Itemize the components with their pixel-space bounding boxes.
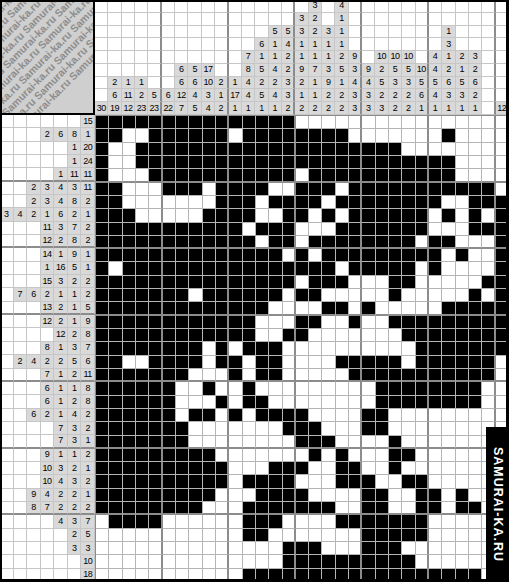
grid-cell-r34c9[interactable] — [203, 555, 216, 568]
grid-cell-r33c22[interactable] — [376, 542, 389, 555]
grid-cell-r26c27[interactable] — [442, 449, 455, 462]
grid-cell-r3c24[interactable] — [402, 143, 415, 156]
grid-cell-r19c20[interactable] — [349, 356, 362, 369]
grid-cell-r26c28[interactable] — [456, 449, 469, 462]
grid-cell-r33c1[interactable] — [96, 542, 109, 555]
grid-cell-r22c27[interactable] — [442, 396, 455, 409]
grid-cell-r4c16[interactable] — [296, 156, 309, 169]
grid-cell-r8c24[interactable] — [402, 209, 415, 222]
grid-cell-r25c25[interactable] — [416, 436, 429, 449]
grid-cell-r10c20[interactable] — [349, 236, 362, 249]
grid-cell-r24c17[interactable] — [309, 422, 322, 435]
grid-cell-r12c28[interactable] — [456, 262, 469, 275]
grid-cell-r10c16[interactable] — [296, 236, 309, 249]
grid-cell-r26c24[interactable] — [402, 449, 415, 462]
grid-cell-r13c25[interactable] — [416, 276, 429, 289]
grid-cell-r3c18[interactable] — [322, 143, 335, 156]
grid-cell-r11c18[interactable] — [322, 249, 335, 262]
grid-cell-r9c13[interactable] — [256, 223, 269, 236]
grid-cell-r27c22[interactable] — [376, 462, 389, 475]
grid-cell-r26c2[interactable] — [109, 449, 122, 462]
grid-cell-r7c27[interactable] — [442, 196, 455, 209]
grid-cell-r12c12[interactable] — [243, 262, 256, 275]
grid-cell-r16c14[interactable] — [269, 316, 282, 329]
grid-cell-r8c6[interactable] — [163, 209, 176, 222]
grid-cell-r6c27[interactable] — [442, 183, 455, 196]
grid-cell-r27c19[interactable] — [336, 462, 349, 475]
grid-cell-r15c17[interactable] — [309, 302, 322, 315]
grid-cell-r14c19[interactable] — [336, 289, 349, 302]
grid-cell-r4c27[interactable] — [442, 156, 455, 169]
grid-cell-r18c21[interactable] — [362, 342, 375, 355]
grid-cell-r28c8[interactable] — [189, 475, 202, 488]
grid-cell-r19c11[interactable] — [229, 356, 242, 369]
grid-cell-r16c1[interactable] — [96, 316, 109, 329]
grid-cell-r19c29[interactable] — [469, 356, 482, 369]
grid-cell-r19c6[interactable] — [163, 356, 176, 369]
grid-cell-r22c10[interactable] — [216, 396, 229, 409]
grid-cell-r17c14[interactable] — [269, 329, 282, 342]
grid-cell-r21c19[interactable] — [336, 382, 349, 395]
grid-cell-r1c24[interactable] — [402, 116, 415, 129]
grid-cell-r30c5[interactable] — [149, 502, 162, 515]
grid-cell-r19c1[interactable] — [96, 356, 109, 369]
grid-cell-r31c14[interactable] — [269, 515, 282, 528]
grid-cell-r26c3[interactable] — [123, 449, 136, 462]
grid-cell-r11c17[interactable] — [309, 249, 322, 262]
grid-cell-r6c14[interactable] — [269, 183, 282, 196]
grid-cell-r9c16[interactable] — [296, 223, 309, 236]
grid-cell-r15c6[interactable] — [163, 302, 176, 315]
grid-cell-r23c14[interactable] — [269, 409, 282, 422]
grid-cell-r22c16[interactable] — [296, 396, 309, 409]
grid-cell-r11c30[interactable] — [482, 249, 495, 262]
grid-cell-r24c6[interactable] — [163, 422, 176, 435]
grid-cell-r1c11[interactable] — [229, 116, 242, 129]
grid-cell-r33c23[interactable] — [389, 542, 402, 555]
grid-cell-r33c18[interactable] — [322, 542, 335, 555]
grid-cell-r25c26[interactable] — [429, 436, 442, 449]
grid-cell-r20c10[interactable] — [216, 369, 229, 382]
grid-cell-r2c17[interactable] — [309, 129, 322, 142]
grid-cell-r31c22[interactable] — [376, 515, 389, 528]
grid-cell-r10c13[interactable] — [256, 236, 269, 249]
grid-cell-r2c7[interactable] — [176, 129, 189, 142]
grid-cell-r30c25[interactable] — [416, 502, 429, 515]
grid-cell-r2c14[interactable] — [269, 129, 282, 142]
grid-cell-r25c28[interactable] — [456, 436, 469, 449]
grid-cell-r18c19[interactable] — [336, 342, 349, 355]
grid-cell-r30c6[interactable] — [163, 502, 176, 515]
grid-cell-r14c8[interactable] — [189, 289, 202, 302]
grid-cell-r20c27[interactable] — [442, 369, 455, 382]
grid-cell-r9c21[interactable] — [362, 223, 375, 236]
grid-cell-r8c27[interactable] — [442, 209, 455, 222]
grid-cell-r12c20[interactable] — [349, 262, 362, 275]
grid-cell-r13c20[interactable] — [349, 276, 362, 289]
grid-cell-r1c13[interactable] — [256, 116, 269, 129]
grid-cell-r13c9[interactable] — [203, 276, 216, 289]
grid-cell-r12c27[interactable] — [442, 262, 455, 275]
grid-cell-r30c4[interactable] — [136, 502, 149, 515]
grid-cell-r7c25[interactable] — [416, 196, 429, 209]
grid-cell-r3c5[interactable] — [149, 143, 162, 156]
grid-cell-r22c14[interactable] — [269, 396, 282, 409]
grid-cell-r15c12[interactable] — [243, 302, 256, 315]
grid-cell-r18c24[interactable] — [402, 342, 415, 355]
grid-cell-r16c23[interactable] — [389, 316, 402, 329]
grid-cell-r14c25[interactable] — [416, 289, 429, 302]
grid-cell-r11c19[interactable] — [336, 249, 349, 262]
grid-cell-r2c25[interactable] — [416, 129, 429, 142]
grid-cell-r21c24[interactable] — [402, 382, 415, 395]
grid-cell-r4c26[interactable] — [429, 156, 442, 169]
grid-cell-r15c7[interactable] — [176, 302, 189, 315]
grid-cell-r27c27[interactable] — [442, 462, 455, 475]
grid-cell-r14c17[interactable] — [309, 289, 322, 302]
grid-cell-r34c11[interactable] — [229, 555, 242, 568]
grid-cell-r19c15[interactable] — [283, 356, 296, 369]
grid-cell-r5c23[interactable] — [389, 169, 402, 182]
grid-cell-r32c10[interactable] — [216, 529, 229, 542]
grid-cell-r27c16[interactable] — [296, 462, 309, 475]
grid-cell-r4c15[interactable] — [283, 156, 296, 169]
grid-cell-r33c28[interactable] — [456, 542, 469, 555]
grid-cell-r12c8[interactable] — [189, 262, 202, 275]
grid-cell-r13c11[interactable] — [229, 276, 242, 289]
grid-cell-r23c1[interactable] — [96, 409, 109, 422]
grid-cell-r13c13[interactable] — [256, 276, 269, 289]
grid-cell-r27c26[interactable] — [429, 462, 442, 475]
grid-cell-r29c8[interactable] — [189, 489, 202, 502]
grid-cell-r24c13[interactable] — [256, 422, 269, 435]
grid-cell-r24c15[interactable] — [283, 422, 296, 435]
grid-cell-r4c3[interactable] — [123, 156, 136, 169]
grid-cell-r27c15[interactable] — [283, 462, 296, 475]
grid-cell-r32c15[interactable] — [283, 529, 296, 542]
grid-cell-r20c3[interactable] — [123, 369, 136, 382]
grid-cell-r1c15[interactable] — [283, 116, 296, 129]
grid-cell-r13c16[interactable] — [296, 276, 309, 289]
grid-cell-r4c21[interactable] — [362, 156, 375, 169]
grid-cell-r17c11[interactable] — [229, 329, 242, 342]
grid-cell-r17c10[interactable] — [216, 329, 229, 342]
grid-cell-r17c2[interactable] — [109, 329, 122, 342]
grid-cell-r2c28[interactable] — [456, 129, 469, 142]
grid-cell-r33c12[interactable] — [243, 542, 256, 555]
grid-cell-r16c17[interactable] — [309, 316, 322, 329]
grid-cell-r14c6[interactable] — [163, 289, 176, 302]
grid-cell-r8c17[interactable] — [309, 209, 322, 222]
grid-cell-r22c19[interactable] — [336, 396, 349, 409]
grid-cell-r29c7[interactable] — [176, 489, 189, 502]
grid-cell-r21c3[interactable] — [123, 382, 136, 395]
grid-cell-r16c12[interactable] — [243, 316, 256, 329]
grid-cell-r20c25[interactable] — [416, 369, 429, 382]
grid-cell-r7c28[interactable] — [456, 196, 469, 209]
grid-cell-r8c16[interactable] — [296, 209, 309, 222]
grid-cell-r26c21[interactable] — [362, 449, 375, 462]
grid-cell-r30c2[interactable] — [109, 502, 122, 515]
grid-cell-r15c2[interactable] — [109, 302, 122, 315]
grid-cell-r4c11[interactable] — [229, 156, 242, 169]
grid-cell-r27c25[interactable] — [416, 462, 429, 475]
grid-cell-r20c30[interactable] — [482, 369, 495, 382]
grid-cell-r25c1[interactable] — [96, 436, 109, 449]
grid-cell-r12c4[interactable] — [136, 262, 149, 275]
grid-cell-r21c18[interactable] — [322, 382, 335, 395]
grid-cell-r3c27[interactable] — [442, 143, 455, 156]
grid-cell-r6c18[interactable] — [322, 183, 335, 196]
grid-cell-r14c18[interactable] — [322, 289, 335, 302]
grid-cell-r16c10[interactable] — [216, 316, 229, 329]
grid-cell-r27c3[interactable] — [123, 462, 136, 475]
grid-cell-r28c25[interactable] — [416, 475, 429, 488]
grid-cell-r29c28[interactable] — [456, 489, 469, 502]
grid-cell-r15c4[interactable] — [136, 302, 149, 315]
grid-cell-r23c20[interactable] — [349, 409, 362, 422]
grid-cell-r19c22[interactable] — [376, 356, 389, 369]
grid-cell-r19c14[interactable] — [269, 356, 282, 369]
grid-cell-r13c22[interactable] — [376, 276, 389, 289]
grid-cell-r16c20[interactable] — [349, 316, 362, 329]
grid-cell-r32c2[interactable] — [109, 529, 122, 542]
grid-cell-r17c3[interactable] — [123, 329, 136, 342]
grid-cell-r12c11[interactable] — [229, 262, 242, 275]
grid-cell-r23c27[interactable] — [442, 409, 455, 422]
grid-cell-r5c26[interactable] — [429, 169, 442, 182]
grid-cell-r1c6[interactable] — [163, 116, 176, 129]
grid-cell-r2c18[interactable] — [322, 129, 335, 142]
grid-cell-r17c22[interactable] — [376, 329, 389, 342]
grid-cell-r19c19[interactable] — [336, 356, 349, 369]
grid-cell-r30c8[interactable] — [189, 502, 202, 515]
grid-cell-r29c19[interactable] — [336, 489, 349, 502]
grid-cell-r29c15[interactable] — [283, 489, 296, 502]
grid-cell-r15c15[interactable] — [283, 302, 296, 315]
grid-cell-r23c28[interactable] — [456, 409, 469, 422]
grid-cell-r23c9[interactable] — [203, 409, 216, 422]
grid-cell-r28c23[interactable] — [389, 475, 402, 488]
grid-cell-r22c20[interactable] — [349, 396, 362, 409]
grid-cell-r30c29[interactable] — [469, 502, 482, 515]
grid-cell-r15c25[interactable] — [416, 302, 429, 315]
grid-cell-r11c23[interactable] — [389, 249, 402, 262]
grid-cell-r9c23[interactable] — [389, 223, 402, 236]
grid-cell-r26c11[interactable] — [229, 449, 242, 462]
grid-cell-r4c8[interactable] — [189, 156, 202, 169]
grid-cell-r29c4[interactable] — [136, 489, 149, 502]
grid-cell-r16c18[interactable] — [322, 316, 335, 329]
grid-cell-r16c15[interactable] — [283, 316, 296, 329]
grid-cell-r25c2[interactable] — [109, 436, 122, 449]
grid-cell-r2c11[interactable] — [229, 129, 242, 142]
grid-cell-r27c21[interactable] — [362, 462, 375, 475]
grid-cell-r13c26[interactable] — [429, 276, 442, 289]
grid-cell-r34c20[interactable] — [349, 555, 362, 568]
grid-cell-r2c3[interactable] — [123, 129, 136, 142]
grid-cell-r13c4[interactable] — [136, 276, 149, 289]
grid-cell-r7c26[interactable] — [429, 196, 442, 209]
grid-cell-r13c6[interactable] — [163, 276, 176, 289]
grid-cell-r14c4[interactable] — [136, 289, 149, 302]
grid-cell-r24c11[interactable] — [229, 422, 242, 435]
grid-cell-r14c12[interactable] — [243, 289, 256, 302]
grid-cell-r7c30[interactable] — [482, 196, 495, 209]
grid-cell-r8c19[interactable] — [336, 209, 349, 222]
grid-cell-r25c12[interactable] — [243, 436, 256, 449]
grid-cell-r25c19[interactable] — [336, 436, 349, 449]
grid-cell-r18c6[interactable] — [163, 342, 176, 355]
grid-cell-r23c7[interactable] — [176, 409, 189, 422]
grid-cell-r24c4[interactable] — [136, 422, 149, 435]
grid-cell-r15c3[interactable] — [123, 302, 136, 315]
grid-cell-r26c13[interactable] — [256, 449, 269, 462]
grid-cell-r28c16[interactable] — [296, 475, 309, 488]
grid-cell-r5c27[interactable] — [442, 169, 455, 182]
grid-cell-r34c14[interactable] — [269, 555, 282, 568]
grid-cell-r29c22[interactable] — [376, 489, 389, 502]
grid-cell-r10c14[interactable] — [269, 236, 282, 249]
grid-cell-r3c23[interactable] — [389, 143, 402, 156]
grid-cell-r6c13[interactable] — [256, 183, 269, 196]
grid-cell-r22c25[interactable] — [416, 396, 429, 409]
grid-cell-r33c3[interactable] — [123, 542, 136, 555]
grid-cell-r8c9[interactable] — [203, 209, 216, 222]
grid-cell-r25c13[interactable] — [256, 436, 269, 449]
grid-cell-r30c9[interactable] — [203, 502, 216, 515]
grid-cell-r12c3[interactable] — [123, 262, 136, 275]
grid-cell-r3c29[interactable] — [469, 143, 482, 156]
grid-cell-r9c30[interactable] — [482, 223, 495, 236]
grid-cell-r12c17[interactable] — [309, 262, 322, 275]
grid-cell-r34c3[interactable] — [123, 555, 136, 568]
grid-cell-r11c24[interactable] — [402, 249, 415, 262]
grid-cell-r19c26[interactable] — [429, 356, 442, 369]
grid-cell-r17c5[interactable] — [149, 329, 162, 342]
grid-cell-r21c25[interactable] — [416, 382, 429, 395]
grid-cell-r14c14[interactable] — [269, 289, 282, 302]
grid-cell-r1c19[interactable] — [336, 116, 349, 129]
grid-cell-r14c7[interactable] — [176, 289, 189, 302]
grid-cell-r32c5[interactable] — [149, 529, 162, 542]
grid-cell-r24c9[interactable] — [203, 422, 216, 435]
grid-cell-r14c9[interactable] — [203, 289, 216, 302]
grid-cell-r24c25[interactable] — [416, 422, 429, 435]
grid-cell-r25c15[interactable] — [283, 436, 296, 449]
grid-cell-r1c7[interactable] — [176, 116, 189, 129]
grid-cell-r21c29[interactable] — [469, 382, 482, 395]
grid-cell-r29c21[interactable] — [362, 489, 375, 502]
grid-cell-r17c21[interactable] — [362, 329, 375, 342]
grid-cell-r1c9[interactable] — [203, 116, 216, 129]
grid-cell-r24c1[interactable] — [96, 422, 109, 435]
grid-cell-r23c19[interactable] — [336, 409, 349, 422]
grid-cell-r30c27[interactable] — [442, 502, 455, 515]
grid-cell-r32c26[interactable] — [429, 529, 442, 542]
grid-cell-r8c13[interactable] — [256, 209, 269, 222]
grid-cell-r22c22[interactable] — [376, 396, 389, 409]
grid-cell-r27c24[interactable] — [402, 462, 415, 475]
grid-cell-r10c8[interactable] — [189, 236, 202, 249]
grid-cell-r18c17[interactable] — [309, 342, 322, 355]
grid-cell-r22c15[interactable] — [283, 396, 296, 409]
grid-cell-r17c28[interactable] — [456, 329, 469, 342]
grid-cell-r31c28[interactable] — [456, 515, 469, 528]
grid-cell-r8c5[interactable] — [149, 209, 162, 222]
grid-cell-r15c18[interactable] — [322, 302, 335, 315]
grid-cell-r3c2[interactable] — [109, 143, 122, 156]
grid-cell-r32c14[interactable] — [269, 529, 282, 542]
grid-cell-r3c9[interactable] — [203, 143, 216, 156]
grid-cell-r1c30[interactable] — [482, 116, 495, 129]
grid-cell-r33c15[interactable] — [283, 542, 296, 555]
grid-cell-r28c6[interactable] — [163, 475, 176, 488]
grid-cell-r5c3[interactable] — [123, 169, 136, 182]
grid-cell-r11c21[interactable] — [362, 249, 375, 262]
grid-cell-r34c6[interactable] — [163, 555, 176, 568]
grid-cell-r24c20[interactable] — [349, 422, 362, 435]
grid-cell-r24c14[interactable] — [269, 422, 282, 435]
grid-cell-r32c6[interactable] — [163, 529, 176, 542]
grid-cell-r23c8[interactable] — [189, 409, 202, 422]
grid-cell-r28c21[interactable] — [362, 475, 375, 488]
grid-cell-r22c24[interactable] — [402, 396, 415, 409]
grid-cell-r24c8[interactable] — [189, 422, 202, 435]
grid-cell-r14c26[interactable] — [429, 289, 442, 302]
grid-cell-r7c29[interactable] — [469, 196, 482, 209]
grid-cell-r6c4[interactable] — [136, 183, 149, 196]
grid-cell-r32c18[interactable] — [322, 529, 335, 542]
grid-cell-r2c19[interactable] — [336, 129, 349, 142]
grid-cell-r11c13[interactable] — [256, 249, 269, 262]
grid-cell-r7c10[interactable] — [216, 196, 229, 209]
grid-cell-r13c28[interactable] — [456, 276, 469, 289]
grid-cell-r32c25[interactable] — [416, 529, 429, 542]
grid-cell-r23c21[interactable] — [362, 409, 375, 422]
grid-cell-r31c26[interactable] — [429, 515, 442, 528]
grid-cell-r15c14[interactable] — [269, 302, 282, 315]
grid-cell-r25c6[interactable] — [163, 436, 176, 449]
grid-cell-r30c22[interactable] — [376, 502, 389, 515]
grid-cell-r17c7[interactable] — [176, 329, 189, 342]
grid-cell-r2c9[interactable] — [203, 129, 216, 142]
grid-cell-r18c16[interactable] — [296, 342, 309, 355]
grid-cell-r11c14[interactable] — [269, 249, 282, 262]
grid-cell-r2c27[interactable] — [442, 129, 455, 142]
grid-cell-r3c1[interactable] — [96, 143, 109, 156]
grid-cell-r5c12[interactable] — [243, 169, 256, 182]
grid-cell-r17c24[interactable] — [402, 329, 415, 342]
grid-cell-r11c12[interactable] — [243, 249, 256, 262]
grid-cell-r30c28[interactable] — [456, 502, 469, 515]
grid-cell-r10c27[interactable] — [442, 236, 455, 249]
grid-cell-r5c29[interactable] — [469, 169, 482, 182]
grid-cell-r5c11[interactable] — [229, 169, 242, 182]
grid-cell-r23c4[interactable] — [136, 409, 149, 422]
grid-cell-r14c30[interactable] — [482, 289, 495, 302]
grid-cell-r30c3[interactable] — [123, 502, 136, 515]
grid-cell-r7c18[interactable] — [322, 196, 335, 209]
grid-cell-r12c18[interactable] — [322, 262, 335, 275]
grid-cell-r33c20[interactable] — [349, 542, 362, 555]
grid-cell-r4c10[interactable] — [216, 156, 229, 169]
grid-cell-r7c8[interactable] — [189, 196, 202, 209]
grid-cell-r23c29[interactable] — [469, 409, 482, 422]
grid-cell-r23c23[interactable] — [389, 409, 402, 422]
grid-cell-r34c4[interactable] — [136, 555, 149, 568]
grid-cell-r7c24[interactable] — [402, 196, 415, 209]
